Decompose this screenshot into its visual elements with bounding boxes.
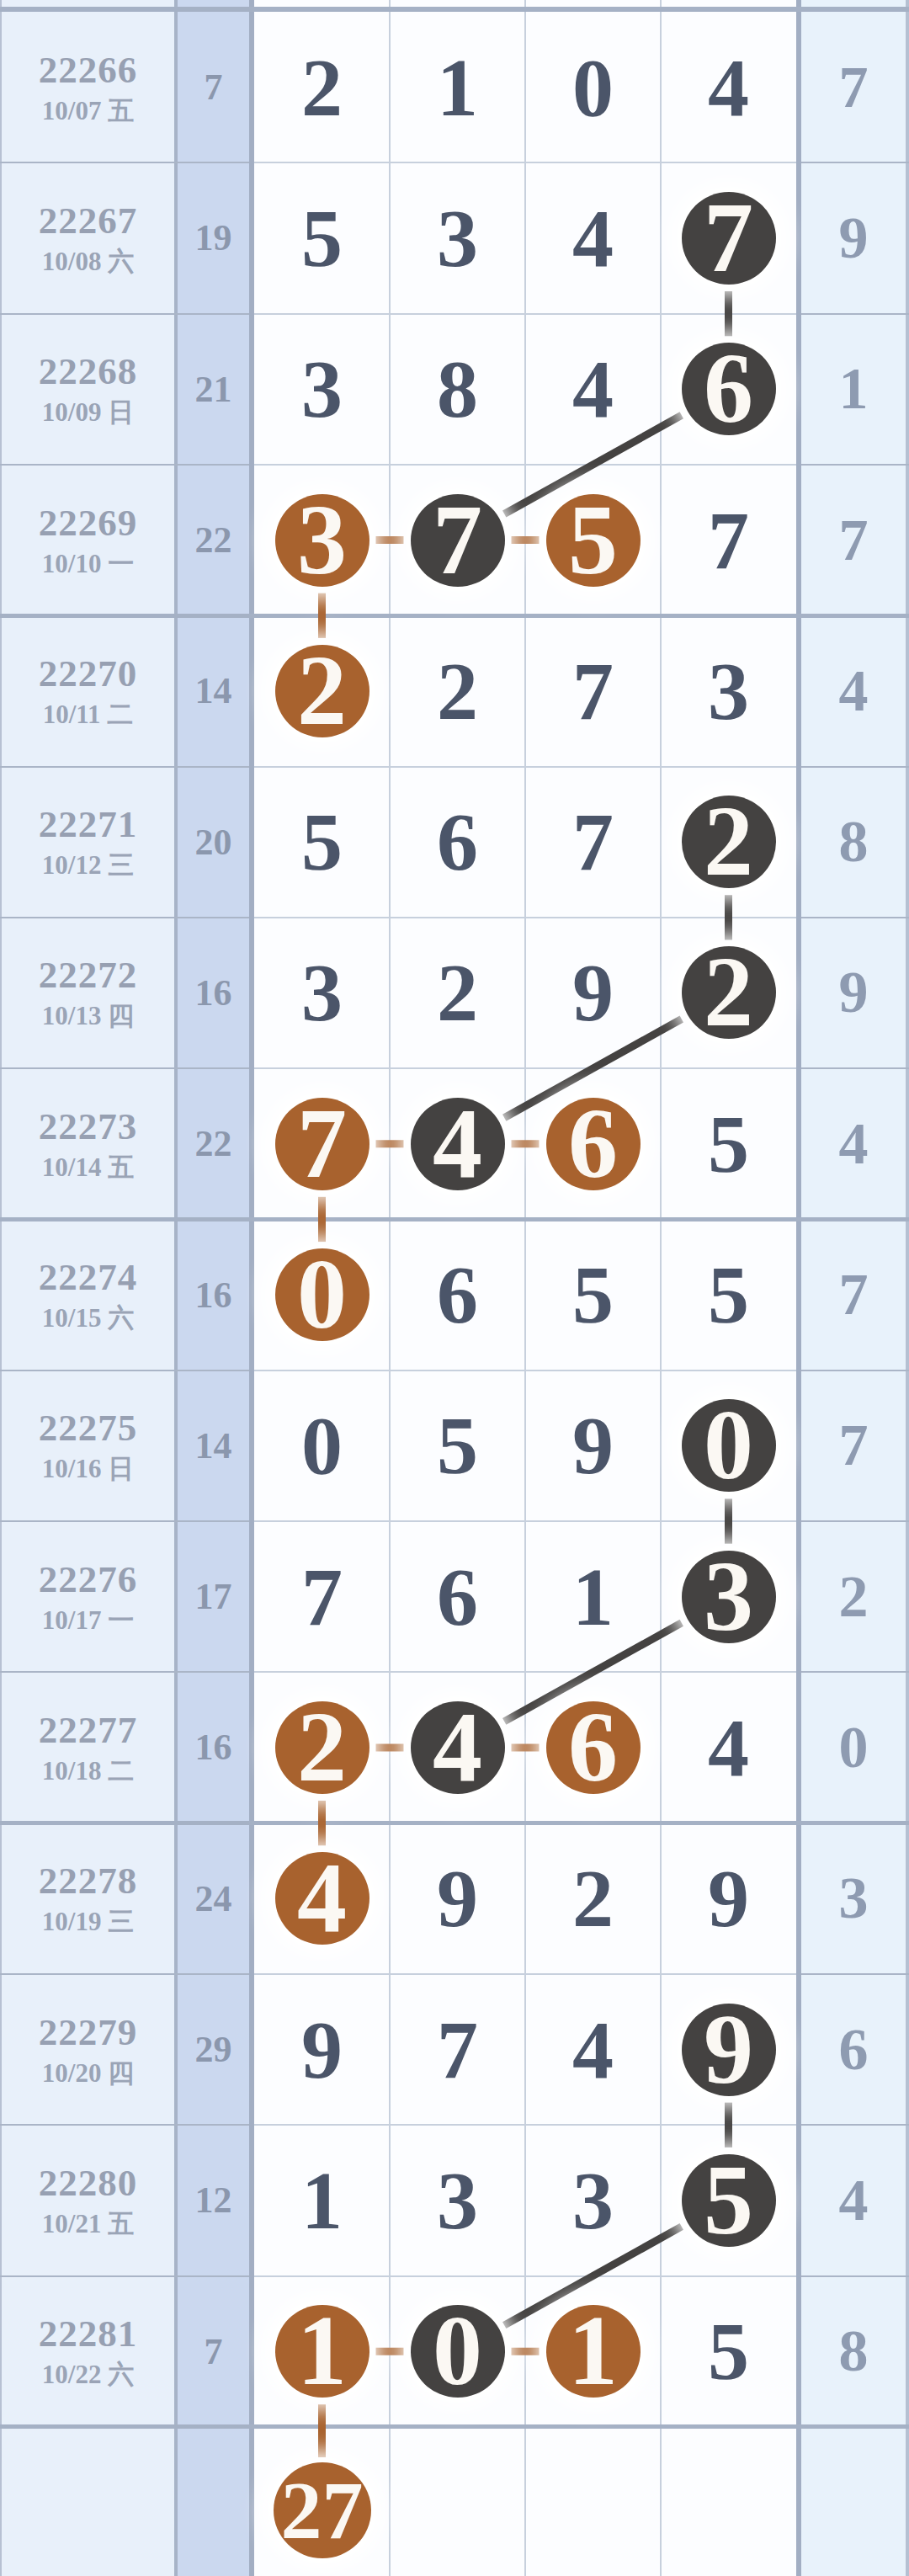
circled-digit: 4 [297,1849,347,1948]
circled-digit: 7 [433,491,482,590]
period-date: 10/22 六 [42,2361,134,2387]
period-cell: 2227810/19 三 [2,1823,174,1974]
chart-row: 2227210/13 四1632929 [0,918,909,1068]
digit-circle-dark: 0 [682,1399,776,1492]
circled-digit: 7 [297,1094,347,1194]
period-cell: 2227110/12 三 [2,767,174,918]
period-number: 22268 [39,353,138,391]
period-number: 22278 [39,1862,138,1900]
digit-circle-dark: 4 [411,1701,505,1794]
digit-cell: 2 [390,918,525,1068]
circled-digit: 3 [704,1547,753,1647]
period-number: 22272 [39,956,138,994]
period-date: 10/18 二 [42,1758,134,1784]
chart-row: 2227910/20 四2997496 [0,1974,909,2125]
digit-cell: 5 [661,1068,796,1219]
digit-circle-orange: 6 [546,1098,641,1190]
period-number: 22275 [39,1409,138,1447]
digit-circle-orange: 1 [275,2305,369,2398]
digit-cell: 6 [390,1521,525,1672]
digit-cell: 1 [254,2125,390,2275]
tail-digit-cell: 7 [801,1219,906,1370]
circled-digit: 4 [433,1094,482,1194]
digit-cell: 2 [525,1823,661,1974]
chart-row: 2227510/16 日1405907 [0,1370,909,1521]
period-cell: 2227510/16 日 [2,1370,174,1521]
digit-cell: 1 [390,12,525,162]
digit-cell: 3 [254,314,390,465]
period-number: 22276 [39,1561,138,1599]
period-date: 10/20 四 [42,2060,134,2086]
digit-circle-dark: 7 [411,494,505,587]
period-cell: 2227210/13 四 [2,918,174,1068]
digit-circle-orange: 1 [546,2305,641,2398]
period-date: 10/07 五 [42,98,134,124]
period-date: 10/12 三 [42,852,134,878]
tail-digit-cell: 8 [801,2276,906,2427]
circled-digit: 6 [568,1094,618,1194]
sum-cell: 12 [178,2125,249,2275]
period-number: 22273 [39,1108,138,1146]
tail-digit-cell: 6 [801,1974,906,2125]
digit-cell: 7 [661,465,796,615]
footer-row: 27 [0,2429,909,2576]
digit-cell: 6 [390,1219,525,1370]
period-cell: 2228110/22 六 [2,2276,174,2427]
digit-cell: 7 [525,615,661,766]
circled-digit: 2 [297,1698,347,1797]
chart-row: 2227110/12 三2056728 [0,767,909,918]
period-date: 10/14 五 [42,1154,134,1180]
chart-row: 2227610/17 一1776132 [0,1521,909,1672]
digit-cell: 5 [525,1219,661,1370]
footer-sum-value: 27 [281,2469,364,2552]
period-date: 10/13 四 [42,1003,134,1029]
period-cell: 2226910/10 一 [2,465,174,615]
sum-cell: 7 [178,12,249,162]
digit-cell: 1 [525,1521,661,1672]
sum-cell: 14 [178,615,249,766]
period-cell: 2227410/15 六 [2,1219,174,1370]
period-number: 22270 [39,655,138,693]
digit-cell: 7 [254,1521,390,1672]
tail-digit-cell: 7 [801,12,906,162]
sum-cell: 21 [178,314,249,465]
period-cell: 2227910/20 四 [2,1974,174,2125]
tail-digit-cell: 1 [801,314,906,465]
digit-cell: 6 [390,767,525,918]
sum-cell: 22 [178,465,249,615]
tail-digit-cell: 7 [801,1370,906,1521]
chart-row: 2226710/08 六1953479 [0,162,909,313]
digit-cell: 5 [254,767,390,918]
digit-cell: 0 [525,12,661,162]
circled-digit: 2 [704,792,753,891]
sum-cell: 16 [178,1672,249,1823]
period-cell: 2228010/21 五 [2,2125,174,2275]
digit-circle-dark: 0 [411,2305,505,2398]
digit-circle-orange: 2 [275,1701,369,1794]
digit-cell: 9 [525,918,661,1068]
period-number: 22274 [39,1259,138,1296]
period-date: 10/08 六 [42,248,134,274]
chart-row: 2226810/09 日2138461 [0,314,909,465]
period-date: 10/09 日 [42,399,134,425]
sum-cell: 17 [178,1521,249,1672]
chart-row: 2227810/19 三2449293 [0,1823,909,1974]
circled-digit: 1 [297,2302,347,2401]
chart-row: 2227710/18 二1624640 [0,1672,909,1823]
tail-digit-cell: 8 [801,767,906,918]
circled-digit: 4 [433,1698,482,1797]
sum-cell: 14 [178,1370,249,1521]
chart-row: 2228110/22 六710158 [0,2276,909,2427]
period-cell: 2227010/11 二 [2,615,174,766]
digit-circle-dark: 4 [411,1098,505,1190]
period-cell: 2226710/08 六 [2,162,174,313]
tail-digit-cell: 0 [801,1672,906,1823]
digit-cell: 9 [661,1823,796,1974]
footer-sum-circle: 27 [274,2462,371,2558]
chart-row: 2226910/10 一2237577 [0,465,909,615]
circled-digit: 3 [297,491,347,590]
sum-cell: 22 [178,1068,249,1219]
digit-cell: 7 [525,767,661,918]
period-date: 10/19 三 [42,1908,134,1935]
digit-circle-dark: 9 [682,2004,776,2096]
period-date: 10/15 六 [42,1305,134,1331]
circled-digit: 6 [568,1698,618,1797]
digit-cell: 3 [390,2125,525,2275]
circled-digit: 5 [704,2151,753,2250]
digit-cell: 4 [525,162,661,313]
digit-cell: 3 [661,615,796,766]
digit-cell: 5 [661,1219,796,1370]
digit-circle-orange: 5 [546,494,641,587]
circled-digit: 7 [704,189,753,288]
period-cell: 2226810/09 日 [2,314,174,465]
digit-cell: 4 [525,1974,661,2125]
digit-cell: 2 [390,615,525,766]
circled-digit: 0 [297,1245,347,1344]
sum-cell: 19 [178,162,249,313]
digit-cell: 4 [661,1672,796,1823]
tail-digit-cell: 4 [801,1068,906,1219]
circled-digit: 2 [704,943,753,1042]
period-date: 10/21 五 [42,2211,134,2237]
digit-cell: 5 [254,162,390,313]
digit-circle-dark: 2 [682,946,776,1039]
digit-cell: 9 [525,1370,661,1521]
sum-cell: 16 [178,1219,249,1370]
digit-circle-orange: 3 [275,494,369,587]
digit-circle-dark: 7 [682,192,776,285]
lottery-trend-board: 2226610/07 五7210472226710/08 六1953479222… [0,0,909,2576]
tail-digit-cell: 3 [801,1823,906,1974]
digit-cell: 3 [525,2125,661,2275]
tail-digit-cell: 9 [801,162,906,313]
tail-digit-cell: 7 [801,465,906,615]
period-date: 10/16 日 [42,1456,134,1482]
period-date: 10/17 一 [42,1607,134,1633]
circled-digit: 6 [704,339,753,439]
period-number: 22266 [39,51,138,89]
period-number: 22271 [39,806,138,844]
digit-cell: 8 [390,314,525,465]
period-cell: 2227610/17 一 [2,1521,174,1672]
digit-circle-orange: 2 [275,645,369,737]
circled-digit: 5 [568,491,618,590]
digit-circle-dark: 6 [682,343,776,435]
chart-row: 2226610/07 五721047 [0,12,909,162]
chart-row: 2227010/11 二1422734 [0,615,909,766]
sum-cell: 16 [178,918,249,1068]
period-number: 22281 [39,2315,138,2353]
chart-row: 2228010/21 五1213354 [0,2125,909,2275]
sum-cell: 29 [178,1974,249,2125]
digit-cell: 9 [390,1823,525,1974]
digit-cell: 0 [254,1370,390,1521]
period-date: 10/11 二 [43,701,134,727]
circled-digit: 0 [433,2302,482,2401]
digit-circle-orange: 7 [275,1098,369,1190]
digit-circle-orange: 0 [275,1248,369,1341]
digit-cell: 4 [525,314,661,465]
digit-cell: 2 [254,12,390,162]
digit-cell: 4 [661,12,796,162]
period-number: 22279 [39,2014,138,2052]
period-number: 22267 [39,202,138,240]
circled-digit: 0 [704,1396,753,1495]
digit-circle-orange: 6 [546,1701,641,1794]
digit-circle-orange: 4 [275,1852,369,1945]
period-cell: 2227310/14 五 [2,1068,174,1219]
circled-digit: 9 [704,2000,753,2100]
period-number: 22280 [39,2164,138,2202]
tail-digit-cell: 9 [801,918,906,1068]
digit-circle-dark: 5 [682,2154,776,2247]
sum-cell: 24 [178,1823,249,1974]
period-date: 10/10 一 [42,551,134,577]
period-number: 22269 [39,504,138,542]
digit-circle-dark: 3 [682,1551,776,1643]
digit-cell: 3 [390,162,525,313]
period-cell: 2226610/07 五 [2,12,174,162]
digit-cell: 3 [254,918,390,1068]
period-number: 22277 [39,1711,138,1749]
period-cell: 2227710/18 二 [2,1672,174,1823]
chart-row: 2227310/14 五2274654 [0,1068,909,1219]
circled-digit: 1 [568,2302,618,2401]
sum-cell: 20 [178,767,249,918]
tail-digit-cell: 2 [801,1521,906,1672]
sum-cell: 7 [178,2276,249,2427]
tail-digit-cell: 4 [801,615,906,766]
digit-cell: 5 [661,2276,796,2427]
digit-cell: 5 [390,1370,525,1521]
digit-cell: 9 [254,1974,390,2125]
digit-circle-dark: 2 [682,796,776,888]
digit-cell: 7 [390,1974,525,2125]
tail-digit-cell: 4 [801,2125,906,2275]
circled-digit: 2 [297,641,347,741]
chart-row: 2227410/15 六1606557 [0,1219,909,1370]
